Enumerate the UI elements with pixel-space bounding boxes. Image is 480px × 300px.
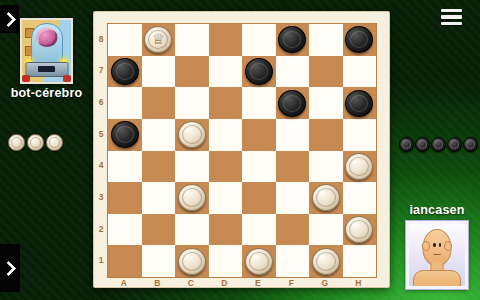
rank-label: 2 <box>95 213 107 245</box>
piece-white-man[interactable] <box>178 121 206 148</box>
square-B3[interactable] <box>142 182 176 214</box>
captured-piece-black <box>463 137 478 152</box>
square-A7[interactable] <box>108 56 142 88</box>
square-E1[interactable] <box>242 245 276 277</box>
piece-black-man[interactable] <box>345 26 373 53</box>
avatar-iancasen[interactable] <box>406 221 468 289</box>
rank-labels: 87654321 <box>95 23 107 276</box>
square-G1[interactable] <box>309 245 343 277</box>
piece-white-man[interactable] <box>312 248 340 275</box>
chevron-right-icon <box>1 260 17 276</box>
square-G3[interactable] <box>309 182 343 214</box>
piece-black-man[interactable] <box>278 26 306 53</box>
square-A3[interactable] <box>108 182 142 214</box>
square-H5[interactable] <box>343 119 377 151</box>
bottom-panel-toggle-button[interactable] <box>0 244 20 292</box>
machine-label <box>38 66 55 72</box>
file-label: F <box>275 277 309 289</box>
square-B2[interactable] <box>142 214 176 246</box>
square-C1[interactable] <box>175 245 209 277</box>
square-C3[interactable] <box>175 182 209 214</box>
file-label: D <box>208 277 242 289</box>
rank-label: 3 <box>95 181 107 213</box>
rank-label: 5 <box>95 118 107 150</box>
chevron-right-icon <box>0 11 16 27</box>
piece-white-man[interactable] <box>312 184 340 211</box>
file-label: C <box>174 277 208 289</box>
square-E3[interactable] <box>242 182 276 214</box>
king-crown-icon: ♕ <box>152 32 165 47</box>
ear <box>422 241 430 251</box>
square-B8[interactable]: ♕ <box>142 24 176 56</box>
mouth <box>433 252 442 255</box>
square-A4[interactable] <box>108 151 142 183</box>
square-G8[interactable] <box>309 24 343 56</box>
piece-black-man[interactable] <box>345 90 373 117</box>
captured-piece-black <box>447 137 462 152</box>
file-label: E <box>241 277 275 289</box>
square-C6[interactable] <box>175 87 209 119</box>
square-F1[interactable] <box>276 245 310 277</box>
robot-claw-decoration <box>63 75 71 82</box>
brain-icon <box>36 28 57 47</box>
piece-white-man[interactable] <box>178 184 206 211</box>
square-F8[interactable] <box>276 24 310 56</box>
rank-label: 7 <box>95 55 107 87</box>
square-C5[interactable] <box>175 119 209 151</box>
captured-black-tray <box>399 137 478 152</box>
captured-piece-black <box>431 137 446 152</box>
square-C2[interactable] <box>175 214 209 246</box>
player-bottom-name: iancasen <box>402 203 472 217</box>
hamburger-menu-button[interactable] <box>441 7 463 27</box>
rank-label: 6 <box>95 86 107 118</box>
ear <box>444 241 452 251</box>
piece-black-man[interactable] <box>278 90 306 117</box>
captured-piece-white <box>27 134 44 151</box>
square-D5[interactable] <box>209 119 243 151</box>
square-D8[interactable] <box>209 24 243 56</box>
square-F5[interactable] <box>276 119 310 151</box>
square-H1[interactable] <box>343 245 377 277</box>
square-D6[interactable] <box>209 87 243 119</box>
file-label: A <box>107 277 141 289</box>
hamburger-menu-icon <box>441 9 462 13</box>
file-label: H <box>342 277 376 289</box>
square-G2[interactable] <box>309 214 343 246</box>
piece-black-man[interactable] <box>111 58 139 85</box>
square-H8[interactable] <box>343 24 377 56</box>
avatar-bot-cerebro[interactable] <box>20 18 73 84</box>
square-D7[interactable] <box>209 56 243 88</box>
piece-black-man[interactable] <box>111 121 139 148</box>
square-G4[interactable] <box>309 151 343 183</box>
piece-black-man[interactable] <box>245 58 273 85</box>
square-F3[interactable] <box>276 182 310 214</box>
square-E2[interactable] <box>242 214 276 246</box>
machine-base <box>25 62 68 77</box>
square-C7[interactable] <box>175 56 209 88</box>
top-panel-toggle-button[interactable] <box>0 5 19 33</box>
file-label: B <box>141 277 175 289</box>
eye <box>439 243 442 247</box>
square-D4[interactable] <box>209 151 243 183</box>
square-A1[interactable] <box>108 245 142 277</box>
square-E6[interactable] <box>242 87 276 119</box>
square-H3[interactable] <box>343 182 377 214</box>
shoulders <box>413 270 461 289</box>
captured-white-tray <box>8 134 63 151</box>
square-A5[interactable] <box>108 119 142 151</box>
board-grid: ♕ <box>107 23 377 278</box>
square-C8[interactable] <box>175 24 209 56</box>
glass-dome <box>31 23 63 66</box>
square-G6[interactable] <box>309 87 343 119</box>
square-G7[interactable] <box>309 56 343 88</box>
square-H4[interactable] <box>343 151 377 183</box>
piece-white-king[interactable]: ♕ <box>144 26 172 53</box>
rank-label: 4 <box>95 150 107 182</box>
square-B5[interactable] <box>142 119 176 151</box>
piece-white-man[interactable] <box>345 153 373 180</box>
square-F6[interactable] <box>276 87 310 119</box>
square-D1[interactable] <box>209 245 243 277</box>
captured-piece-black <box>399 137 414 152</box>
square-B4[interactable] <box>142 151 176 183</box>
square-A2[interactable] <box>108 214 142 246</box>
square-H2[interactable] <box>343 214 377 246</box>
square-D3[interactable] <box>209 182 243 214</box>
square-B1[interactable] <box>142 245 176 277</box>
square-H7[interactable] <box>343 56 377 88</box>
square-A8[interactable] <box>108 24 142 56</box>
square-E8[interactable] <box>242 24 276 56</box>
square-G5[interactable] <box>309 119 343 151</box>
file-label: G <box>308 277 342 289</box>
rank-label: 8 <box>95 23 107 55</box>
piece-white-man[interactable] <box>178 248 206 275</box>
file-labels: ABCDEFGH <box>107 277 375 289</box>
checkers-game-screen: bot-cérebro 87654321 ♕ ABCDEFGH iancasen <box>0 0 480 300</box>
square-E7[interactable] <box>242 56 276 88</box>
robot-claw-decoration <box>22 75 30 82</box>
checkers-board: 87654321 ♕ ABCDEFGH <box>93 11 390 288</box>
piece-white-man[interactable] <box>345 216 373 243</box>
square-F2[interactable] <box>276 214 310 246</box>
square-B6[interactable] <box>142 87 176 119</box>
square-F4[interactable] <box>276 151 310 183</box>
square-C4[interactable] <box>175 151 209 183</box>
captured-piece-black <box>415 137 430 152</box>
square-E4[interactable] <box>242 151 276 183</box>
captured-piece-white <box>46 134 63 151</box>
square-A6[interactable] <box>108 87 142 119</box>
rank-label: 1 <box>95 244 107 276</box>
square-H6[interactable] <box>343 87 377 119</box>
captured-piece-white <box>8 134 25 151</box>
square-F7[interactable] <box>276 56 310 88</box>
square-B7[interactable] <box>142 56 176 88</box>
square-D2[interactable] <box>209 214 243 246</box>
eye <box>433 243 436 247</box>
square-E5[interactable] <box>242 119 276 151</box>
player-top-name: bot-cérebro <box>0 86 93 100</box>
piece-white-man[interactable] <box>245 248 273 275</box>
